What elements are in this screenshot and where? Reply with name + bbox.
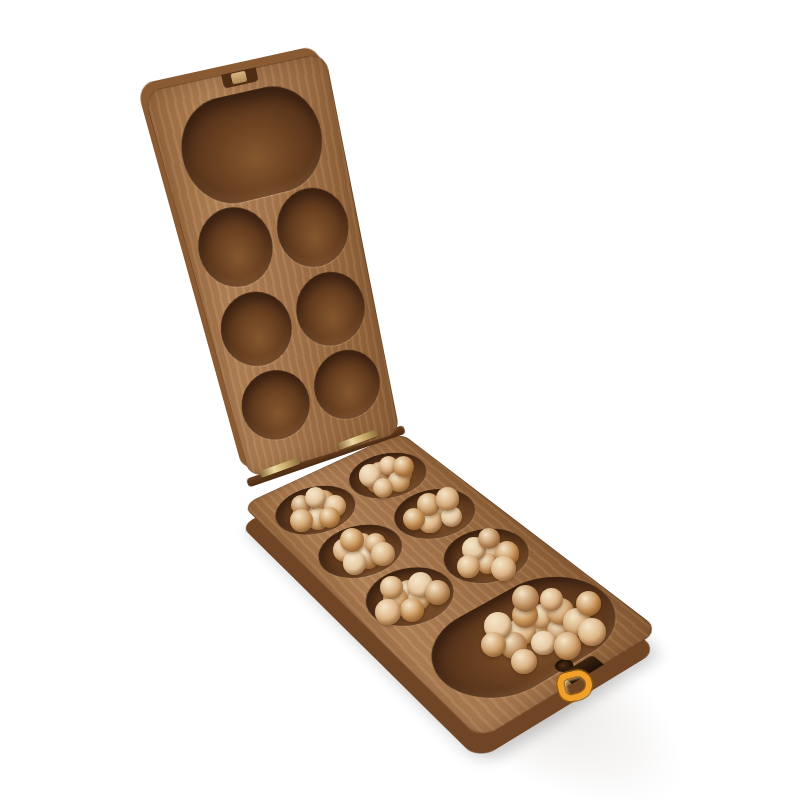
pit-lid-row2-right[interactable] xyxy=(289,264,371,354)
mancala-product-photo xyxy=(0,0,800,800)
pit-lid-row3-right[interactable] xyxy=(307,342,386,427)
pit-lid-row1-left[interactable] xyxy=(189,199,280,295)
pit-lid-row1-right[interactable] xyxy=(269,180,355,275)
pit-lid-row3-left[interactable] xyxy=(234,362,317,448)
pit-lid-row2-left[interactable] xyxy=(212,284,299,375)
lid-leaf xyxy=(143,52,400,478)
